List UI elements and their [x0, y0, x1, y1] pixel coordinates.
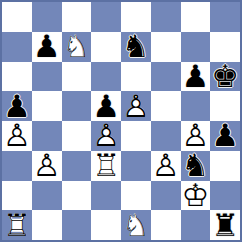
square-h8[interactable] [210, 2, 240, 32]
square-a6[interactable] [2, 62, 32, 92]
black-knight-glyph: ♞ [181, 151, 211, 181]
white-pawn-glyph: ♟ [151, 151, 181, 181]
square-c6[interactable] [62, 62, 92, 92]
square-a3[interactable] [2, 151, 32, 181]
square-e5[interactable]: ♟♙ [121, 91, 151, 121]
white-pawn-glyph: ♟ [91, 121, 121, 151]
square-a1[interactable]: ♜♖ [2, 210, 32, 240]
square-f7[interactable] [151, 32, 181, 62]
black-pawn[interactable]: ♟ [2, 91, 32, 121]
square-e4[interactable] [121, 121, 151, 151]
square-a5[interactable]: ♟ [2, 91, 32, 121]
black-king-glyph: ♚ [210, 62, 240, 92]
white-knight-glyph: ♞ [121, 210, 151, 240]
square-b7[interactable]: ♟ [32, 32, 62, 62]
square-e6[interactable] [121, 62, 151, 92]
square-a2[interactable] [2, 181, 32, 211]
white-knight-outline-glyph: ♘ [121, 210, 151, 240]
black-pawn-glyph: ♟ [32, 32, 62, 62]
square-h1[interactable]: ♜ [210, 210, 240, 240]
square-f2[interactable] [151, 181, 181, 211]
square-f8[interactable] [151, 2, 181, 32]
square-c3[interactable] [62, 151, 92, 181]
white-knight[interactable]: ♞♘ [121, 210, 151, 240]
white-pawn[interactable]: ♟♙ [2, 121, 32, 151]
square-f1[interactable] [151, 210, 181, 240]
black-pawn-glyph: ♟ [210, 121, 240, 151]
square-f5[interactable] [151, 91, 181, 121]
square-b6[interactable] [32, 62, 62, 92]
black-pawn[interactable]: ♟ [91, 91, 121, 121]
white-pawn-glyph: ♟ [2, 121, 32, 151]
white-pawn-outline-glyph: ♙ [151, 151, 181, 181]
square-g2[interactable]: ♚♔ [181, 181, 211, 211]
square-g7[interactable] [181, 32, 211, 62]
black-rook[interactable]: ♜ [210, 210, 240, 240]
white-rook-outline-glyph: ♖ [2, 210, 32, 240]
square-c8[interactable] [62, 2, 92, 32]
white-king[interactable]: ♚♔ [181, 181, 211, 211]
square-d7[interactable] [91, 32, 121, 62]
chess-board: ♟♞♘♞♟♚♟♟♟♙♟♙♟♙♟♙♟♟♙♜♖♟♙♞♚♔♜♖♞♘♜ [0, 0, 242, 242]
white-pawn-outline-glyph: ♙ [181, 121, 211, 151]
white-king-glyph: ♚ [181, 181, 211, 211]
square-h5[interactable] [210, 91, 240, 121]
black-knight[interactable]: ♞ [121, 32, 151, 62]
square-b4[interactable] [32, 121, 62, 151]
square-e1[interactable]: ♞♘ [121, 210, 151, 240]
square-g8[interactable] [181, 2, 211, 32]
white-pawn-outline-glyph: ♙ [91, 121, 121, 151]
black-knight[interactable]: ♞ [181, 151, 211, 181]
square-g5[interactable] [181, 91, 211, 121]
square-g4[interactable]: ♟♙ [181, 121, 211, 151]
square-e2[interactable] [121, 181, 151, 211]
black-pawn[interactable]: ♟ [210, 121, 240, 151]
white-pawn-outline-glyph: ♙ [121, 91, 151, 121]
square-d4[interactable]: ♟♙ [91, 121, 121, 151]
black-knight-glyph: ♞ [121, 32, 151, 62]
square-e8[interactable] [121, 2, 151, 32]
square-h6[interactable]: ♚ [210, 62, 240, 92]
square-g1[interactable] [181, 210, 211, 240]
white-pawn[interactable]: ♟♙ [91, 121, 121, 151]
white-pawn-glyph: ♟ [181, 121, 211, 151]
black-pawn-glyph: ♟ [181, 62, 211, 92]
square-d3[interactable]: ♜♖ [91, 151, 121, 181]
white-pawn-outline-glyph: ♙ [32, 151, 62, 181]
square-b5[interactable] [32, 91, 62, 121]
white-pawn[interactable]: ♟♙ [32, 151, 62, 181]
black-pawn[interactable]: ♟ [181, 62, 211, 92]
square-d1[interactable] [91, 210, 121, 240]
white-pawn-outline-glyph: ♙ [2, 121, 32, 151]
white-rook-glyph: ♜ [91, 151, 121, 181]
white-pawn-glyph: ♟ [32, 151, 62, 181]
white-knight-glyph: ♞ [62, 32, 92, 62]
square-e3[interactable] [121, 151, 151, 181]
black-pawn-glyph: ♟ [2, 91, 32, 121]
white-king-outline-glyph: ♔ [181, 181, 211, 211]
square-f4[interactable] [151, 121, 181, 151]
square-c5[interactable] [62, 91, 92, 121]
square-b3[interactable]: ♟♙ [32, 151, 62, 181]
square-c2[interactable] [62, 181, 92, 211]
square-f6[interactable] [151, 62, 181, 92]
black-king[interactable]: ♚ [210, 62, 240, 92]
white-pawn[interactable]: ♟♙ [151, 151, 181, 181]
square-f3[interactable]: ♟♙ [151, 151, 181, 181]
square-d6[interactable] [91, 62, 121, 92]
square-c4[interactable] [62, 121, 92, 151]
square-a7[interactable] [2, 32, 32, 62]
white-pawn-glyph: ♟ [121, 91, 151, 121]
black-pawn[interactable]: ♟ [32, 32, 62, 62]
white-rook-glyph: ♜ [2, 210, 32, 240]
white-rook[interactable]: ♜♖ [91, 151, 121, 181]
square-c7[interactable]: ♞♘ [62, 32, 92, 62]
square-b8[interactable] [32, 2, 62, 32]
square-d8[interactable] [91, 2, 121, 32]
square-g3[interactable]: ♞ [181, 151, 211, 181]
square-b1[interactable] [32, 210, 62, 240]
square-c1[interactable] [62, 210, 92, 240]
black-rook-glyph: ♜ [210, 210, 240, 240]
white-pawn[interactable]: ♟♙ [121, 91, 151, 121]
black-pawn-glyph: ♟ [91, 91, 121, 121]
square-g6[interactable]: ♟ [181, 62, 211, 92]
square-h3[interactable] [210, 151, 240, 181]
white-rook-outline-glyph: ♖ [91, 151, 121, 181]
square-a4[interactable]: ♟♙ [2, 121, 32, 151]
white-knight[interactable]: ♞♘ [62, 32, 92, 62]
square-a8[interactable] [2, 2, 32, 32]
square-d5[interactable]: ♟ [91, 91, 121, 121]
square-h2[interactable] [210, 181, 240, 211]
square-b2[interactable] [32, 181, 62, 211]
white-pawn[interactable]: ♟♙ [181, 121, 211, 151]
square-e7[interactable]: ♞ [121, 32, 151, 62]
square-h7[interactable] [210, 32, 240, 62]
square-d2[interactable] [91, 181, 121, 211]
white-knight-outline-glyph: ♘ [62, 32, 92, 62]
white-rook[interactable]: ♜♖ [2, 210, 32, 240]
square-h4[interactable]: ♟ [210, 121, 240, 151]
